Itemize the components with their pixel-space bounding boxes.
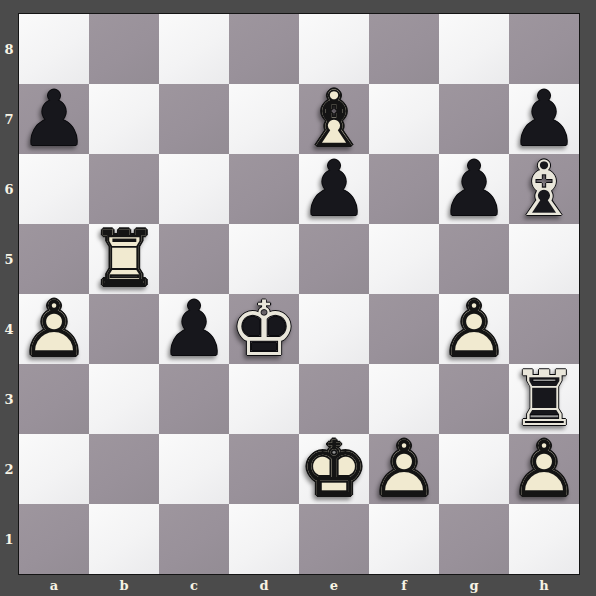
square-f6[interactable]	[369, 154, 439, 224]
white-pawn-glyph: ♟	[369, 434, 439, 504]
square-f8[interactable]	[369, 14, 439, 84]
white-king-glyph: ♚	[299, 434, 369, 504]
square-h5[interactable]	[509, 224, 579, 294]
square-d1[interactable]	[229, 504, 299, 574]
file-label-e: e	[299, 575, 369, 596]
square-e1[interactable]	[299, 504, 369, 574]
black-king-glyph: ♚	[229, 294, 299, 364]
square-a8[interactable]	[19, 14, 89, 84]
chess-board: ♟♝♗♟♟♟♝♗♜♖♟♙♟♚♔♟♙♜♖♚♔♟♙♟♙	[18, 13, 580, 575]
square-e2[interactable]: ♚♔	[299, 434, 369, 504]
white-pawn-glyph: ♟	[509, 434, 579, 504]
square-b8[interactable]	[89, 14, 159, 84]
square-b5[interactable]: ♜♖	[89, 224, 159, 294]
black-rook[interactable]: ♜♖	[509, 364, 579, 434]
black-pawn[interactable]: ♟	[159, 294, 229, 364]
square-a4[interactable]: ♟♙	[19, 294, 89, 364]
square-a5[interactable]	[19, 224, 89, 294]
square-h2[interactable]: ♟♙	[509, 434, 579, 504]
square-c6[interactable]	[159, 154, 229, 224]
white-rook-detail-lines: ♖	[89, 224, 159, 294]
square-d6[interactable]	[229, 154, 299, 224]
square-b7[interactable]	[89, 84, 159, 154]
square-a7[interactable]: ♟	[19, 84, 89, 154]
square-g1[interactable]	[439, 504, 509, 574]
white-pawn-detail-lines: ♙	[509, 434, 579, 504]
square-h8[interactable]	[509, 14, 579, 84]
file-label-c: c	[159, 575, 229, 596]
square-g3[interactable]	[439, 364, 509, 434]
chess-board-frame: 87654321 ♟♝♗♟♟♟♝♗♜♖♟♙♟♚♔♟♙♜♖♚♔♟♙♟♙ abcde…	[0, 0, 596, 596]
file-label-d: d	[229, 575, 299, 596]
rank-label-4: 4	[0, 294, 18, 364]
square-b1[interactable]	[89, 504, 159, 574]
square-g5[interactable]	[439, 224, 509, 294]
rank-label-5: 5	[0, 224, 18, 294]
square-d2[interactable]	[229, 434, 299, 504]
white-pawn-detail-lines: ♙	[439, 294, 509, 364]
black-bishop-glyph: ♝	[509, 154, 579, 224]
square-c7[interactable]	[159, 84, 229, 154]
square-g8[interactable]	[439, 14, 509, 84]
rank-label-3: 3	[0, 364, 18, 434]
file-label-g: g	[439, 575, 509, 596]
square-e7[interactable]: ♝♗	[299, 84, 369, 154]
square-d3[interactable]	[229, 364, 299, 434]
square-c4[interactable]: ♟	[159, 294, 229, 364]
square-f1[interactable]	[369, 504, 439, 574]
black-bishop[interactable]: ♝♗	[509, 154, 579, 224]
white-pawn-detail-lines: ♙	[19, 294, 89, 364]
black-pawn-glyph: ♟	[509, 84, 579, 154]
square-b4[interactable]	[89, 294, 159, 364]
black-pawn-glyph: ♟	[439, 154, 509, 224]
square-c3[interactable]	[159, 364, 229, 434]
black-king[interactable]: ♚♔	[229, 294, 299, 364]
black-pawn[interactable]: ♟	[299, 154, 369, 224]
rank-labels: 87654321	[0, 14, 18, 574]
square-b3[interactable]	[89, 364, 159, 434]
square-h1[interactable]	[509, 504, 579, 574]
square-h3[interactable]: ♜♖	[509, 364, 579, 434]
white-pawn-glyph: ♟	[439, 294, 509, 364]
square-f3[interactable]	[369, 364, 439, 434]
black-pawn-glyph: ♟	[159, 294, 229, 364]
rank-label-6: 6	[0, 154, 18, 224]
rank-label-2: 2	[0, 434, 18, 504]
white-bishop-detail-lines: ♗	[299, 84, 369, 154]
white-pawn-detail-lines: ♙	[369, 434, 439, 504]
white-pawn[interactable]: ♟♙	[369, 434, 439, 504]
square-d7[interactable]	[229, 84, 299, 154]
white-pawn[interactable]: ♟♙	[509, 434, 579, 504]
square-e6[interactable]: ♟	[299, 154, 369, 224]
file-label-h: h	[509, 575, 579, 596]
white-king[interactable]: ♚♔	[299, 434, 369, 504]
square-g2[interactable]	[439, 434, 509, 504]
black-pawn[interactable]: ♟	[19, 84, 89, 154]
square-b2[interactable]	[89, 434, 159, 504]
white-rook[interactable]: ♜♖	[89, 224, 159, 294]
square-f7[interactable]	[369, 84, 439, 154]
white-bishop-glyph: ♝	[299, 84, 369, 154]
square-d5[interactable]	[229, 224, 299, 294]
white-king-detail-lines: ♔	[299, 434, 369, 504]
black-pawn[interactable]: ♟	[509, 84, 579, 154]
black-pawn[interactable]: ♟	[439, 154, 509, 224]
square-h7[interactable]: ♟	[509, 84, 579, 154]
white-bishop[interactable]: ♝♗	[299, 84, 369, 154]
square-a3[interactable]	[19, 364, 89, 434]
square-e4[interactable]	[299, 294, 369, 364]
rank-label-8: 8	[0, 14, 18, 84]
black-rook-glyph: ♜	[509, 364, 579, 434]
square-b6[interactable]	[89, 154, 159, 224]
square-c1[interactable]	[159, 504, 229, 574]
square-g7[interactable]	[439, 84, 509, 154]
black-king-detail-lines: ♔	[229, 294, 299, 364]
white-pawn-glyph: ♟	[19, 294, 89, 364]
file-labels: abcdefgh	[19, 575, 579, 596]
file-label-a: a	[19, 575, 89, 596]
square-e5[interactable]	[299, 224, 369, 294]
white-rook-glyph: ♜	[89, 224, 159, 294]
rank-label-1: 1	[0, 504, 18, 574]
square-g6[interactable]: ♟	[439, 154, 509, 224]
square-a1[interactable]	[19, 504, 89, 574]
black-rook-detail-lines: ♖	[509, 364, 579, 434]
square-c5[interactable]	[159, 224, 229, 294]
rank-label-7: 7	[0, 84, 18, 154]
black-pawn-glyph: ♟	[19, 84, 89, 154]
square-f5[interactable]	[369, 224, 439, 294]
file-label-b: b	[89, 575, 159, 596]
square-e3[interactable]	[299, 364, 369, 434]
square-a2[interactable]	[19, 434, 89, 504]
square-a6[interactable]	[19, 154, 89, 224]
square-h6[interactable]: ♝♗	[509, 154, 579, 224]
square-h4[interactable]	[509, 294, 579, 364]
black-pawn-glyph: ♟	[299, 154, 369, 224]
square-g4[interactable]: ♟♙	[439, 294, 509, 364]
square-f4[interactable]	[369, 294, 439, 364]
white-pawn[interactable]: ♟♙	[19, 294, 89, 364]
file-label-f: f	[369, 575, 439, 596]
square-e8[interactable]	[299, 14, 369, 84]
square-d8[interactable]	[229, 14, 299, 84]
white-pawn[interactable]: ♟♙	[439, 294, 509, 364]
square-c2[interactable]	[159, 434, 229, 504]
square-f2[interactable]: ♟♙	[369, 434, 439, 504]
square-c8[interactable]	[159, 14, 229, 84]
square-d4[interactable]: ♚♔	[229, 294, 299, 364]
black-bishop-detail-lines: ♗	[509, 154, 579, 224]
